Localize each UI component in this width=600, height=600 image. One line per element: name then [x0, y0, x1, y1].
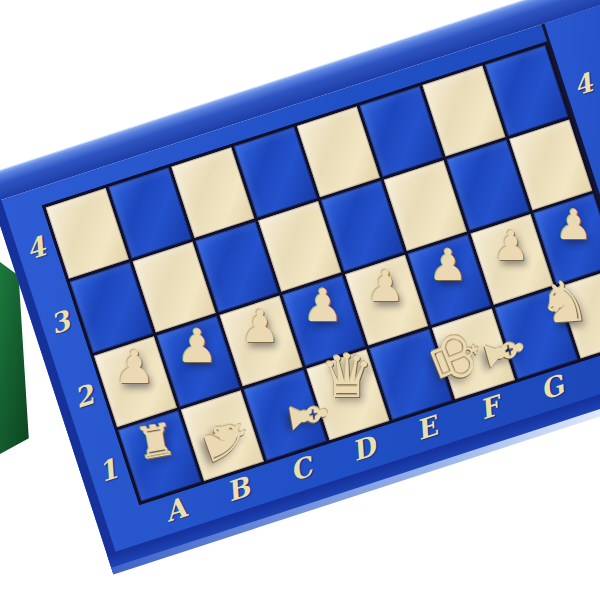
- white-rook-a1[interactable]: ♜: [132, 417, 178, 467]
- white-pawn-h2[interactable]: ♟: [555, 205, 592, 246]
- white-queen-d1[interactable]: ♛: [320, 346, 374, 406]
- chess-board: 4321 ABCDEFGH 4 ♟♟♟♟♟♟♟♟♜♞♝♛♚♝♞: [0, 0, 600, 587]
- white-pawn-d2[interactable]: ♟: [302, 283, 342, 328]
- white-pawn-g2[interactable]: ♟: [492, 226, 529, 267]
- white-pawn-c2[interactable]: ♟: [240, 304, 280, 349]
- photo-canvas: 4321 ABCDEFGH 4 ♟♟♟♟♟♟♟♟♜♞♝♛♚♝♞: [0, 0, 600, 600]
- white-knight-g1[interactable]: ♞: [537, 273, 591, 332]
- white-pawn-b2[interactable]: ♟: [176, 323, 217, 369]
- white-pawn-f2[interactable]: ♟: [429, 244, 468, 287]
- white-pawn-e2[interactable]: ♟: [366, 265, 405, 308]
- white-pawn-a2[interactable]: ♟: [114, 344, 155, 390]
